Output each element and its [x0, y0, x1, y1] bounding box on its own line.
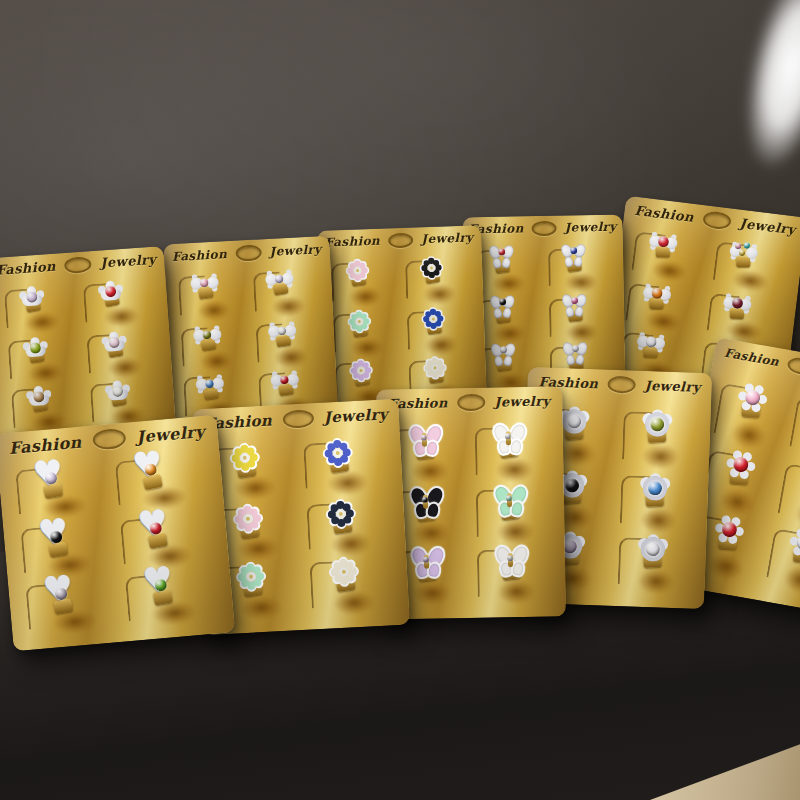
daisy-clip-charm	[229, 558, 273, 598]
bow-clip-charm	[632, 327, 668, 360]
charm-holder	[265, 316, 309, 356]
bow-clip-charm	[645, 226, 681, 259]
crown-clip-charm	[100, 375, 135, 407]
charm-holder	[630, 530, 673, 569]
bowflower-clip-charm	[191, 320, 225, 351]
charm-slot	[620, 408, 703, 472]
heart-clip-charm: ♥	[128, 450, 173, 492]
charm-holder	[404, 484, 447, 523]
charm-slot	[546, 244, 617, 294]
charm-slot	[474, 246, 545, 296]
charm-holder	[341, 256, 384, 295]
daisy-clip-charm	[414, 254, 448, 285]
charm-holder: ♥	[29, 459, 74, 501]
daisy-clip-charm	[315, 434, 359, 474]
gold-reflection	[641, 443, 679, 470]
gold-reflection	[412, 459, 450, 485]
card-title-fashion: Fashion	[634, 203, 695, 225]
bow-clip-charm	[720, 288, 756, 321]
charm-holder: ♥	[34, 518, 79, 560]
daisy-center-dot	[243, 455, 247, 459]
charm-holder	[487, 342, 530, 381]
charm-slot: ♥	[123, 565, 225, 630]
gold-clip-base	[353, 325, 368, 337]
heart-clip-charm: ♥	[29, 459, 74, 501]
charm-holder	[93, 275, 138, 316]
gold-clip-base	[198, 287, 213, 299]
bfly-en-clip-charm	[403, 422, 446, 461]
gold-reflection	[234, 474, 277, 501]
jewelry-card: FashionJewelry	[0, 246, 176, 446]
charm-holder	[414, 253, 457, 292]
charm-slot	[616, 533, 699, 597]
daisy-clip-charm	[341, 256, 375, 287]
bow-right-wing	[210, 328, 222, 340]
charm-holder	[97, 326, 142, 367]
charm-slot	[81, 277, 162, 331]
gold-clip-base	[793, 549, 800, 563]
bowflower-clip-charm	[262, 265, 296, 296]
card-title-jewelry: Jewelry	[100, 252, 157, 271]
charm-holder	[226, 499, 270, 539]
bow-clip-charm	[638, 278, 674, 311]
charm-holder	[705, 509, 753, 554]
daisy-clip-charm	[223, 438, 267, 478]
bfly-en-clip-charm	[488, 542, 531, 581]
photo-stage: FashionJewelryFashionJewelryFashionJewel…	[0, 0, 800, 800]
daisy-clip-charm	[342, 307, 376, 338]
gold-reflection	[559, 440, 597, 467]
charm-holder	[268, 365, 312, 405]
daisy-clip-charm	[344, 356, 378, 387]
stone	[739, 249, 746, 256]
bfly-sil-clip-charm	[558, 292, 591, 322]
charm-holder	[488, 542, 531, 581]
charm-holder	[416, 304, 459, 343]
bfly-en-clip-charm	[404, 484, 447, 523]
gold-clip-base	[351, 274, 366, 286]
charm-holder	[487, 482, 530, 521]
gold-clip-base	[427, 323, 442, 335]
hang-hole	[532, 220, 557, 235]
gold-clip-base	[240, 523, 260, 539]
crown-clip-charm	[97, 327, 132, 359]
bow-right-wing	[212, 377, 224, 389]
hang-hole	[235, 244, 262, 261]
charm-slot	[473, 423, 556, 484]
daisy-center-dot	[358, 320, 361, 323]
card-title-jewelry: Jewelry	[565, 220, 617, 235]
card-title-jewelry: Jewelry	[421, 231, 473, 247]
gold-clip-base	[243, 582, 263, 598]
hang-hole	[64, 256, 92, 274]
card-title-jewelry: Jewelry	[323, 405, 388, 426]
daisy-clip-charm	[418, 353, 452, 384]
charm-slot	[474, 485, 557, 546]
daisy-center-dot	[433, 366, 436, 369]
flowerstone-clip-charm	[716, 444, 764, 489]
charm-holder	[405, 544, 448, 583]
bfly-en-clip-charm	[486, 420, 529, 459]
bow-clip-charm	[726, 236, 762, 269]
gold-reflection	[495, 457, 533, 483]
charm-holder	[322, 553, 366, 593]
card-title-jewelry: Jewelry	[494, 393, 550, 409]
hang-hole	[388, 232, 414, 248]
crown-clip-charm	[21, 381, 56, 413]
card-title-fashion: Fashion	[8, 433, 82, 458]
hang-hole	[702, 210, 732, 230]
round-clip-charm	[632, 468, 675, 507]
charm-holder	[319, 495, 363, 535]
stone	[29, 342, 41, 354]
card-header: FashionJewelry	[376, 392, 562, 412]
charm-holder	[344, 355, 387, 394]
bfly-sil-clip-charm	[557, 242, 590, 272]
crown-clip-charm	[93, 276, 128, 308]
charm-slot	[475, 296, 546, 346]
daisy-center-dot	[431, 317, 434, 320]
bfly-en-clip-charm	[487, 482, 530, 521]
charm-holder	[632, 468, 675, 507]
card-header: FashionJewelry	[0, 251, 165, 279]
charm-slot	[307, 555, 401, 618]
charm-holder	[486, 420, 529, 459]
hang-hole	[607, 376, 636, 394]
card-header: FashionJewelry	[462, 219, 622, 237]
charm-slot	[405, 306, 479, 357]
daisy-clip-charm	[322, 553, 366, 593]
gold-clip-base	[718, 535, 737, 549]
bow-right-wing	[207, 277, 219, 289]
charm-holder	[634, 405, 677, 444]
charm-slot	[6, 333, 87, 387]
card-title-fashion: Fashion	[0, 259, 56, 278]
gold-clip-base	[329, 457, 349, 473]
butterfly-wing	[502, 257, 512, 268]
hang-hole	[92, 428, 127, 451]
butterfly-wing	[575, 306, 585, 317]
daisy-clip-charm	[319, 495, 363, 535]
charm-holder	[486, 293, 529, 332]
charm-holder	[191, 320, 235, 360]
stone	[277, 326, 286, 335]
daisy-center-dot	[338, 511, 342, 515]
bfly-en-clip-charm	[405, 544, 448, 583]
gold-reflection	[240, 594, 283, 621]
bfly-sil-clip-charm	[487, 342, 520, 372]
bowflower-clip-charm	[188, 269, 222, 300]
charm-slot: ♥	[24, 574, 126, 639]
gold-reflection	[637, 568, 675, 595]
jewelry-card: FashionJewelry♥♥♥♥♥♥	[0, 415, 235, 652]
heart-clip-charm: ♥	[39, 574, 84, 616]
round-clip-charm	[630, 530, 673, 569]
bfly-sil-clip-charm	[559, 341, 592, 371]
charm-holder	[719, 288, 765, 331]
card-title-fashion: Fashion	[723, 346, 780, 369]
charm-holder	[485, 243, 528, 282]
charm-holder	[728, 377, 776, 422]
flowerstone-clip-charm	[728, 377, 776, 422]
card-title-fashion: Fashion	[172, 247, 228, 264]
butterfly-wing	[503, 307, 513, 318]
charm-slot	[475, 545, 558, 606]
crown-clip-charm	[18, 332, 53, 364]
charm-slot	[85, 327, 166, 381]
charm-holder: ♥	[39, 574, 84, 616]
charm-holder	[14, 281, 59, 322]
charm-holder	[193, 369, 237, 409]
stone	[647, 481, 661, 495]
card-header: FashionJewelry	[317, 230, 481, 251]
charm-holder: ♥	[138, 565, 183, 607]
charm-slot	[2, 282, 83, 336]
stone	[33, 391, 45, 403]
gold-reflection	[497, 579, 535, 605]
crown-clip-charm	[14, 281, 49, 313]
charm-holder	[403, 422, 446, 461]
gold-clip-base	[335, 577, 355, 593]
daisy-center-dot	[359, 369, 362, 372]
gold-clip-base	[425, 272, 440, 284]
charm-slot	[176, 270, 252, 323]
card-title-jewelry: Jewelry	[136, 422, 206, 447]
card-title-fashion: Fashion	[325, 234, 381, 250]
round-clip-charm	[634, 405, 677, 444]
gold-reflection	[414, 581, 452, 607]
charm-slot	[254, 318, 330, 371]
gold-clip-base	[236, 462, 256, 478]
stone	[657, 235, 669, 247]
charm-holder	[262, 265, 306, 305]
charm-slot	[304, 496, 398, 559]
charm-slot	[403, 255, 477, 306]
gold-reflection	[326, 469, 369, 496]
bowflower-clip-charm	[268, 366, 302, 397]
charm-holder	[100, 375, 145, 416]
card-title-jewelry: Jewelry	[739, 215, 796, 237]
charm-slot	[179, 322, 255, 375]
charm-slot	[331, 309, 405, 360]
gold-clip-base	[428, 371, 443, 383]
charm-holder	[229, 558, 273, 598]
stone	[565, 478, 579, 492]
gold-clip-base	[204, 388, 219, 400]
bfly-sil-clip-charm	[486, 294, 519, 324]
charm-holder	[18, 331, 63, 372]
card-title-jewelry: Jewelry	[269, 242, 322, 259]
charm-holder	[644, 226, 690, 269]
charm-holder	[21, 380, 66, 421]
charm-slot	[547, 295, 618, 345]
charm-holder	[315, 434, 359, 474]
bowflower-clip-charm	[265, 316, 299, 347]
charm-slot	[329, 258, 403, 309]
charm-slot	[618, 472, 701, 536]
charm-holder	[223, 438, 267, 478]
daisy-center-dot	[246, 516, 250, 520]
heart-clip-charm: ♥	[133, 509, 178, 551]
flowerstone-clip-charm	[705, 509, 753, 554]
stone	[650, 417, 664, 431]
gold-clip-base	[355, 374, 370, 386]
gold-clip-base	[201, 339, 216, 351]
gold-clip-base	[643, 348, 657, 358]
stone	[651, 287, 663, 299]
gold-clip-base	[278, 384, 293, 396]
daisy-center-dot	[335, 451, 339, 455]
hang-hole	[282, 409, 314, 429]
heart-clip-charm: ♥	[138, 565, 183, 607]
hang-hole	[457, 393, 485, 410]
card-header: FashionJewelry	[163, 241, 330, 266]
charm-holder	[188, 268, 232, 308]
hang-hole	[786, 356, 800, 376]
daisy-clip-charm	[226, 499, 270, 539]
stone	[507, 555, 513, 561]
butterfly-wing	[576, 354, 586, 365]
charm-holder: ♥	[128, 450, 173, 492]
gold-clip-base	[273, 283, 288, 295]
charm-holder	[725, 236, 771, 279]
card-title-jewelry: Jewelry	[644, 378, 701, 395]
charm-holder	[557, 242, 600, 281]
gold-clip-base	[729, 471, 748, 485]
charm-slot	[251, 266, 327, 319]
gold-clip-base	[655, 247, 669, 257]
butterfly-wing	[574, 256, 584, 267]
gold-reflection	[333, 589, 376, 616]
heart-clip-charm: ♥	[34, 518, 79, 560]
charm-holder	[637, 278, 683, 321]
stone	[645, 542, 659, 556]
gold-clip-base	[332, 518, 352, 534]
butterfly-wing	[504, 355, 514, 366]
charm-holder	[631, 327, 677, 370]
gold-clip-base	[276, 335, 291, 347]
charm-holder	[558, 292, 601, 331]
gold-clip-base	[741, 404, 760, 418]
charm-holder: ♥	[133, 509, 178, 551]
card-header: FashionJewelry	[193, 404, 400, 433]
bfly-sil-clip-charm	[485, 243, 518, 273]
charm-holder	[342, 307, 385, 346]
charm-holder	[418, 353, 461, 392]
daisy-clip-charm	[416, 304, 450, 335]
bowflower-clip-charm	[193, 370, 227, 401]
charm-holder	[716, 444, 764, 489]
charm-slot	[301, 435, 395, 498]
